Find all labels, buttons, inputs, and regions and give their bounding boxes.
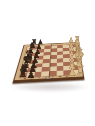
board-square <box>70 70 78 75</box>
board-square <box>33 72 41 77</box>
product-photo[interactable]: ♜♟♟♜♞♟♟♞♝♟♟♝♛♟♟♛♚♟♟♚♝♟♟♝♞♟♟♞♜♟♟♜ <box>0 0 95 126</box>
chess-board <box>13 42 84 81</box>
board-square <box>56 70 63 75</box>
board-frame <box>13 42 84 81</box>
board-tilt-wrapper <box>16 26 82 92</box>
board-square <box>41 71 49 76</box>
board-square <box>63 70 71 75</box>
